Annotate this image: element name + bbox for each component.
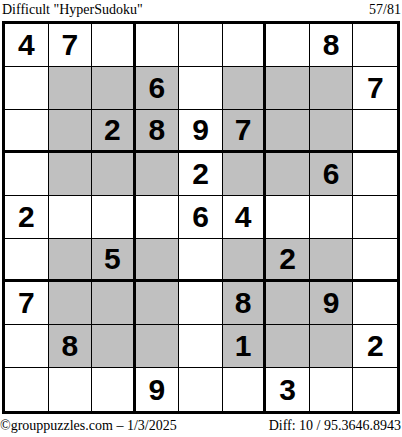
cell-r3c3-given-2: 2 — [92, 110, 136, 153]
cell-r1c9[interactable] — [353, 24, 397, 67]
difficulty-text: Diff: 10 / 95.3646.8943 — [269, 419, 401, 433]
cell-r8c4[interactable] — [136, 325, 180, 368]
cell-r1c6[interactable] — [223, 24, 267, 67]
cell-r7c5[interactable] — [179, 282, 223, 325]
cell-r9c2[interactable] — [49, 368, 93, 411]
cell-r6c1[interactable] — [5, 239, 49, 282]
cell-r2c2[interactable] — [49, 67, 93, 110]
cell-r9c9[interactable] — [353, 368, 397, 411]
cell-r1c4[interactable] — [136, 24, 180, 67]
cell-r6c4[interactable] — [136, 239, 180, 282]
cell-r6c7-given-2: 2 — [266, 239, 310, 282]
cell-r4c8-given-6: 6 — [310, 153, 354, 196]
cell-r6c8[interactable] — [310, 239, 354, 282]
cell-r3c5-given-9: 9 — [179, 110, 223, 153]
cell-r2c8[interactable] — [310, 67, 354, 110]
footer: ©grouppuzzles.com – 1/3/2025 Diff: 10 / … — [0, 414, 402, 433]
cell-r8c8[interactable] — [310, 325, 354, 368]
cell-r1c2-given-7: 7 — [49, 24, 93, 67]
cell-r8c1[interactable] — [5, 325, 49, 368]
cell-r9c5[interactable] — [179, 368, 223, 411]
cell-r9c6[interactable] — [223, 368, 267, 411]
cell-r8c5[interactable] — [179, 325, 223, 368]
cell-r7c1-given-7: 7 — [5, 282, 49, 325]
cell-r8c6-given-1: 1 — [223, 325, 267, 368]
cell-r6c6[interactable] — [223, 239, 267, 282]
cell-r1c3[interactable] — [92, 24, 136, 67]
cell-r8c9-given-2: 2 — [353, 325, 397, 368]
cell-r2c4-given-6: 6 — [136, 67, 180, 110]
cell-r9c3[interactable] — [92, 368, 136, 411]
cell-r1c8-given-8: 8 — [310, 24, 354, 67]
cell-r9c8[interactable] — [310, 368, 354, 411]
cell-r1c5[interactable] — [179, 24, 223, 67]
cell-r7c7[interactable] — [266, 282, 310, 325]
cell-r7c3[interactable] — [92, 282, 136, 325]
empty-cells-counter: 57/81 — [369, 3, 401, 17]
cell-r5c4[interactable] — [136, 196, 180, 239]
cell-r1c7[interactable] — [266, 24, 310, 67]
cell-r3c1[interactable] — [5, 110, 49, 153]
cell-r7c2[interactable] — [49, 282, 93, 325]
cell-r5c3[interactable] — [92, 196, 136, 239]
cell-r2c6[interactable] — [223, 67, 267, 110]
page-title: Difficult "HyperSudoku" — [2, 3, 143, 17]
cell-r4c5-given-2: 2 — [179, 153, 223, 196]
cell-r2c7[interactable] — [266, 67, 310, 110]
cell-r2c3[interactable] — [92, 67, 136, 110]
cell-r3c9[interactable] — [353, 110, 397, 153]
cell-r4c7[interactable] — [266, 153, 310, 196]
cell-r6c9[interactable] — [353, 239, 397, 282]
cell-r5c6-given-4: 4 — [223, 196, 267, 239]
cell-r4c9[interactable] — [353, 153, 397, 196]
cell-r4c3[interactable] — [92, 153, 136, 196]
cell-r9c7-given-3: 3 — [266, 368, 310, 411]
cell-r8c3[interactable] — [92, 325, 136, 368]
header: Difficult "HyperSudoku" 57/81 — [0, 0, 402, 21]
cell-r4c1[interactable] — [5, 153, 49, 196]
cell-r5c9[interactable] — [353, 196, 397, 239]
cell-r6c5[interactable] — [179, 239, 223, 282]
cell-r7c4[interactable] — [136, 282, 180, 325]
cell-r4c4[interactable] — [136, 153, 180, 196]
cell-r2c9-given-7: 7 — [353, 67, 397, 110]
cell-r3c7[interactable] — [266, 110, 310, 153]
cell-r5c1-given-2: 2 — [5, 196, 49, 239]
cell-r4c2[interactable] — [49, 153, 93, 196]
puzzle-page: Difficult "HyperSudoku" 57/81 4786728972… — [0, 0, 402, 437]
sudoku-board: 478672897262645278981293 — [2, 21, 400, 414]
cell-r3c2[interactable] — [49, 110, 93, 153]
cell-r2c1[interactable] — [5, 67, 49, 110]
cell-r3c8[interactable] — [310, 110, 354, 153]
cell-r6c3-given-5: 5 — [92, 239, 136, 282]
cell-r2c5[interactable] — [179, 67, 223, 110]
cell-r7c6-given-8: 8 — [223, 282, 267, 325]
cell-r3c4-given-8: 8 — [136, 110, 180, 153]
cell-r4c6[interactable] — [223, 153, 267, 196]
cell-r8c2-given-8: 8 — [49, 325, 93, 368]
cell-r9c4-given-9: 9 — [136, 368, 180, 411]
cell-r5c5-given-6: 6 — [179, 196, 223, 239]
copyright-text: ©grouppuzzles.com – 1/3/2025 — [0, 419, 177, 433]
cell-r5c2[interactable] — [49, 196, 93, 239]
cell-r8c7[interactable] — [266, 325, 310, 368]
cell-r5c7[interactable] — [266, 196, 310, 239]
cell-r1c1-given-4: 4 — [5, 24, 49, 67]
cell-r9c1[interactable] — [5, 368, 49, 411]
cell-r6c2[interactable] — [49, 239, 93, 282]
cell-r5c8[interactable] — [310, 196, 354, 239]
cell-r7c9[interactable] — [353, 282, 397, 325]
cell-r3c6-given-7: 7 — [223, 110, 267, 153]
cell-r7c8-given-9: 9 — [310, 282, 354, 325]
